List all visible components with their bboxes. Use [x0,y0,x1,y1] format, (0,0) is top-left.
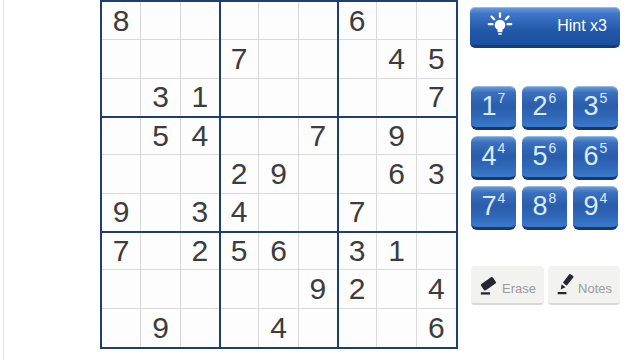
cell-r8c9[interactable]: 4 [417,270,456,308]
numpad-4-button[interactable]: 44 [471,136,516,180]
cell-r5c9[interactable]: 3 [417,155,456,193]
numpad-digit: 3 [584,93,599,120]
cell-r8c3[interactable] [181,270,220,308]
erase-button[interactable]: Erase [471,266,544,305]
cell-r3c6[interactable] [299,79,338,117]
cell-r2c3[interactable] [181,40,220,78]
cell-r9c2[interactable]: 9 [141,309,180,347]
cell-r3c9[interactable]: 7 [417,79,456,117]
cell-r7c2[interactable] [141,232,180,270]
cell-r3c1[interactable] [102,79,141,117]
cell-r2c4[interactable]: 7 [220,40,259,78]
cell-r8c7[interactable]: 2 [338,270,377,308]
cell-r8c4[interactable] [220,270,259,308]
numpad-remaining-count: 6 [549,91,557,105]
cell-r9c3[interactable] [181,309,220,347]
eraser-icon [477,273,502,299]
numpad-1-button[interactable]: 17 [471,86,516,130]
cell-r8c5[interactable] [259,270,298,308]
numpad-remaining-count: 4 [600,191,608,205]
cell-r7c5[interactable]: 6 [259,232,298,270]
box-divider-horizontal-2 [102,231,456,233]
cell-r7c1[interactable]: 7 [102,232,141,270]
numpad-remaining-count: 5 [600,91,608,105]
cell-r1c3[interactable] [181,2,220,40]
cell-r4c2[interactable]: 5 [141,117,180,155]
cell-r2c2[interactable] [141,40,180,78]
cell-r7c4[interactable]: 5 [220,232,259,270]
cell-r7c7[interactable]: 3 [338,232,377,270]
cell-r5c1[interactable] [102,155,141,193]
cell-r9c7[interactable] [338,309,377,347]
cell-r3c8[interactable] [377,79,416,117]
numpad-8-button[interactable]: 88 [522,186,567,230]
cell-r3c3[interactable]: 1 [181,79,220,117]
cell-r2c5[interactable] [259,40,298,78]
numpad-remaining-count: 5 [600,141,608,155]
cell-r5c6[interactable] [299,155,338,193]
cell-r6c5[interactable] [259,194,298,232]
cell-r2c7[interactable] [338,40,377,78]
cell-r9c5[interactable]: 4 [259,309,298,347]
cell-r9c6[interactable] [299,309,338,347]
cell-r1c5[interactable] [259,2,298,40]
numpad-remaining-count: 4 [498,141,506,155]
cell-r4c9[interactable] [417,117,456,155]
cell-r8c6[interactable]: 9 [299,270,338,308]
cell-r5c2[interactable] [141,155,180,193]
cell-r6c8[interactable] [377,194,416,232]
window-edge-line [3,0,4,360]
cell-r6c2[interactable] [141,194,180,232]
cell-r3c7[interactable] [338,79,377,117]
cell-r1c1[interactable]: 8 [102,2,141,40]
numpad-remaining-count: 8 [549,191,557,205]
cell-r1c8[interactable] [377,2,416,40]
cell-r7c8[interactable]: 1 [377,232,416,270]
cell-r1c4[interactable] [220,2,259,40]
cell-r3c5[interactable] [259,79,298,117]
erase-label: Erase [502,281,536,296]
cell-r4c6[interactable]: 7 [299,117,338,155]
numpad-digit: 4 [482,143,497,170]
cell-r2c6[interactable] [299,40,338,78]
numpad-digit: 9 [584,193,599,220]
numpad-remaining-count: 6 [549,141,557,155]
cell-r6c1[interactable]: 9 [102,194,141,232]
cell-r3c2[interactable]: 3 [141,79,180,117]
cell-r4c4[interactable] [220,117,259,155]
cell-r5c4[interactable]: 2 [220,155,259,193]
numpad-digit: 5 [533,143,548,170]
cell-r8c2[interactable] [141,270,180,308]
cell-r2c8[interactable]: 4 [377,40,416,78]
sudoku-board: 86745317547929639347725631924946 [100,0,458,349]
numpad-digit: 6 [584,143,599,170]
notes-button[interactable]: Notes [548,266,620,305]
cell-r1c7[interactable]: 6 [338,2,377,40]
cell-r6c6[interactable] [299,194,338,232]
hint-label: Hint x3 [557,17,607,35]
hint-button[interactable]: Hint x3 [470,7,620,48]
cell-r5c3[interactable] [181,155,220,193]
cell-r9c8[interactable] [377,309,416,347]
cell-r1c9[interactable] [417,2,456,40]
cell-r3c4[interactable] [220,79,259,117]
cell-r7c3[interactable]: 2 [181,232,220,270]
pencil-icon [554,273,578,299]
cell-r7c9[interactable] [417,232,456,270]
cell-r9c1[interactable] [102,309,141,347]
cell-r4c8[interactable]: 9 [377,117,416,155]
cell-r2c1[interactable] [102,40,141,78]
cell-r8c8[interactable] [377,270,416,308]
numpad-digit: 8 [533,193,548,220]
numpad-remaining-count: 7 [498,91,506,105]
numpad-digit: 2 [533,93,548,120]
notes-label: Notes [578,281,612,296]
box-divider-vertical-2 [337,2,339,347]
cell-r5c8[interactable]: 6 [377,155,416,193]
cell-r4c5[interactable] [259,117,298,155]
cell-r4c7[interactable] [338,117,377,155]
numpad-9-button[interactable]: 94 [573,186,618,230]
cell-r6c9[interactable] [417,194,456,232]
cell-r4c1[interactable] [102,117,141,155]
cell-r2c9[interactable]: 5 [417,40,456,78]
numpad-digit: 1 [482,93,497,120]
numpad-2-button[interactable]: 26 [522,86,567,130]
cell-r5c5[interactable]: 9 [259,155,298,193]
cell-r9c4[interactable] [220,309,259,347]
numpad-digit: 7 [482,193,497,220]
cell-r6c7[interactable]: 7 [338,194,377,232]
number-pad: 172635445665748894 [471,86,618,230]
cell-r7c6[interactable] [299,232,338,270]
numpad-6-button[interactable]: 65 [573,136,618,180]
numpad-7-button[interactable]: 74 [471,186,516,230]
cell-r6c3[interactable]: 3 [181,194,220,232]
cell-r6c4[interactable]: 4 [220,194,259,232]
lightbulb-icon [485,11,515,41]
box-divider-vertical-1 [219,2,221,347]
cell-r9c9[interactable]: 6 [417,309,456,347]
cell-r1c2[interactable] [141,2,180,40]
cell-r1c6[interactable] [299,2,338,40]
cell-r5c7[interactable] [338,155,377,193]
numpad-remaining-count: 4 [498,191,506,205]
numpad-3-button[interactable]: 35 [573,86,618,130]
cell-r4c3[interactable]: 4 [181,117,220,155]
cell-r8c1[interactable] [102,270,141,308]
box-divider-horizontal-1 [102,116,456,118]
numpad-5-button[interactable]: 56 [522,136,567,180]
